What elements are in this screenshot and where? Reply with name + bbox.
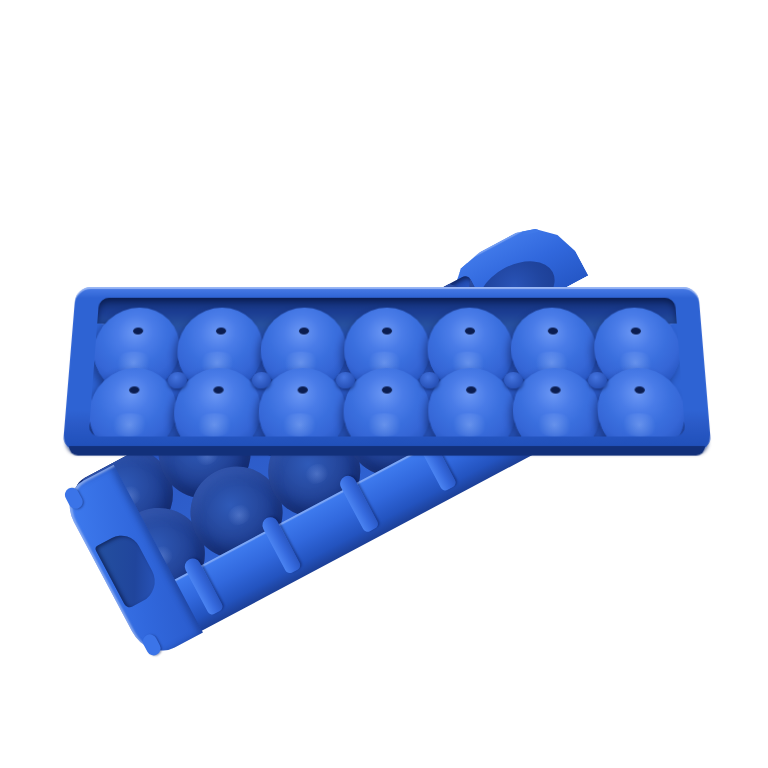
corner-rib [62, 485, 85, 511]
corner-rib [140, 632, 163, 658]
fill-hole [133, 328, 144, 335]
end-nub [521, 222, 539, 236]
fill-hole [466, 386, 476, 393]
fill-hole [548, 328, 558, 335]
top-tray-floor [89, 298, 686, 437]
spacer-nub [336, 372, 356, 388]
fill-hole [299, 328, 309, 335]
fill-hole [213, 386, 224, 393]
end-nub [450, 257, 468, 275]
fill-hole [634, 386, 645, 393]
fill-hole [216, 328, 226, 335]
top-tray-under-edge [68, 446, 705, 456]
wall-rib [337, 473, 379, 533]
fill-hole [382, 386, 392, 393]
fill-hole [550, 386, 561, 393]
wall-rib [260, 514, 302, 574]
product-photo [0, 0, 768, 768]
spacer-nub [587, 372, 607, 388]
grip-notch [94, 529, 162, 610]
fill-hole [298, 386, 308, 393]
fill-hole [382, 328, 392, 335]
spacer-nub [420, 372, 440, 388]
fill-hole [631, 328, 642, 335]
fill-hole [465, 328, 475, 335]
fill-hole [129, 386, 140, 393]
top-tray [62, 287, 711, 451]
spacer-nub [504, 372, 524, 388]
